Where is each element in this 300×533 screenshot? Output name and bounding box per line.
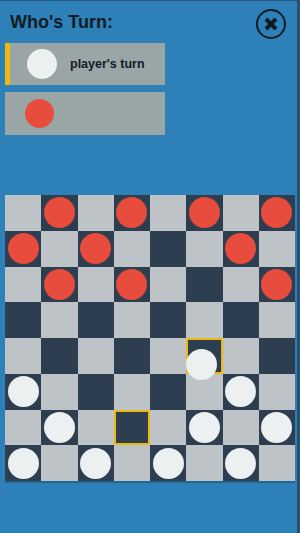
board-square-r8c1[interactable] [5,445,41,481]
board-square-r3c6[interactable] [186,267,222,303]
checker-piece-white[interactable] [189,412,220,443]
board-square-r3c2[interactable] [41,267,77,303]
checker-piece-white[interactable] [261,412,292,443]
checker-piece-red[interactable] [225,233,256,264]
board-square-r4c8[interactable] [259,302,295,338]
turn-label: player's turn [70,57,145,71]
board-square-r5c6[interactable] [186,338,222,374]
board-square-r2c1[interactable] [5,231,41,267]
turn-indicator-red [5,92,165,135]
checker-piece-red[interactable] [44,269,75,300]
board-square-r4c2[interactable] [41,302,77,338]
checker-piece-red[interactable] [44,197,75,228]
checkers-board [5,195,295,481]
board-square-r4c3[interactable] [78,302,114,338]
board-square-r3c4[interactable] [114,267,150,303]
board-square-r6c5[interactable] [150,374,186,410]
board-square-r6c7[interactable] [223,374,259,410]
checker-piece-white[interactable] [44,412,75,443]
board-square-r1c3[interactable] [78,195,114,231]
board-square-r6c1[interactable] [5,374,41,410]
board-square-r2c3[interactable] [78,231,114,267]
board-square-r5c8[interactable] [259,338,295,374]
board-square-r4c6[interactable] [186,302,222,338]
checker-piece-red[interactable] [80,233,111,264]
board-square-r5c2[interactable] [41,338,77,374]
app-screen: Who's Turn: player's turn [0,0,300,533]
checker-piece-white[interactable] [153,448,184,479]
board-square-r8c3[interactable] [78,445,114,481]
board-square-r8c7[interactable] [223,445,259,481]
board-square-r8c4[interactable] [114,445,150,481]
board-square-r2c8[interactable] [259,231,295,267]
board-square-r7c4[interactable] [114,410,150,446]
checker-piece-white[interactable] [80,448,111,479]
checker-piece-white[interactable] [8,448,39,479]
board-square-r1c7[interactable] [223,195,259,231]
board-square-r3c3[interactable] [78,267,114,303]
checker-piece-white[interactable] [186,349,217,380]
board-square-r6c8[interactable] [259,374,295,410]
turn-indicator-white: player's turn [5,43,165,85]
checker-piece-white[interactable] [225,376,256,407]
checker-piece-white[interactable] [8,376,39,407]
board-square-r2c5[interactable] [150,231,186,267]
page-title: Who's Turn: [10,12,113,33]
white-piece-indicator [27,49,57,79]
close-button[interactable] [256,9,286,39]
board-square-r3c1[interactable] [5,267,41,303]
board-square-r5c5[interactable] [150,338,186,374]
board-square-r2c7[interactable] [223,231,259,267]
board-square-r4c1[interactable] [5,302,41,338]
board-square-r3c7[interactable] [223,267,259,303]
board-square-r5c4[interactable] [114,338,150,374]
checker-piece-white[interactable] [225,448,256,479]
red-piece-indicator [25,99,54,128]
board-square-r4c5[interactable] [150,302,186,338]
board-square-r7c3[interactable] [78,410,114,446]
board-square-r8c8[interactable] [259,445,295,481]
board-square-r7c8[interactable] [259,410,295,446]
board-square-r8c2[interactable] [41,445,77,481]
board-square-r2c4[interactable] [114,231,150,267]
checker-piece-red[interactable] [189,197,220,228]
checker-piece-red[interactable] [8,233,39,264]
checker-piece-red[interactable] [261,197,292,228]
board-square-r1c4[interactable] [114,195,150,231]
board-square-r3c8[interactable] [259,267,295,303]
board-square-r5c7[interactable] [223,338,259,374]
board-square-r7c2[interactable] [41,410,77,446]
board-square-r6c2[interactable] [41,374,77,410]
board-square-r1c2[interactable] [41,195,77,231]
board-square-r8c6[interactable] [186,445,222,481]
board-square-r4c4[interactable] [114,302,150,338]
board-square-r1c1[interactable] [5,195,41,231]
board-square-r3c5[interactable] [150,267,186,303]
board-square-r1c6[interactable] [186,195,222,231]
checker-piece-red[interactable] [261,269,292,300]
board-square-r7c6[interactable] [186,410,222,446]
board-square-r5c3[interactable] [78,338,114,374]
close-icon [262,15,280,33]
board-square-r2c2[interactable] [41,231,77,267]
board-square-r5c1[interactable] [5,338,41,374]
board-square-r7c5[interactable] [150,410,186,446]
board-square-r6c3[interactable] [78,374,114,410]
checker-piece-red[interactable] [116,269,147,300]
checker-piece-red[interactable] [116,197,147,228]
board-square-r4c7[interactable] [223,302,259,338]
board-square-r1c8[interactable] [259,195,295,231]
board-square-r1c5[interactable] [150,195,186,231]
board-square-r2c6[interactable] [186,231,222,267]
board-square-r7c7[interactable] [223,410,259,446]
board-square-r6c4[interactable] [114,374,150,410]
board-square-r8c5[interactable] [150,445,186,481]
board-square-r7c1[interactable] [5,410,41,446]
